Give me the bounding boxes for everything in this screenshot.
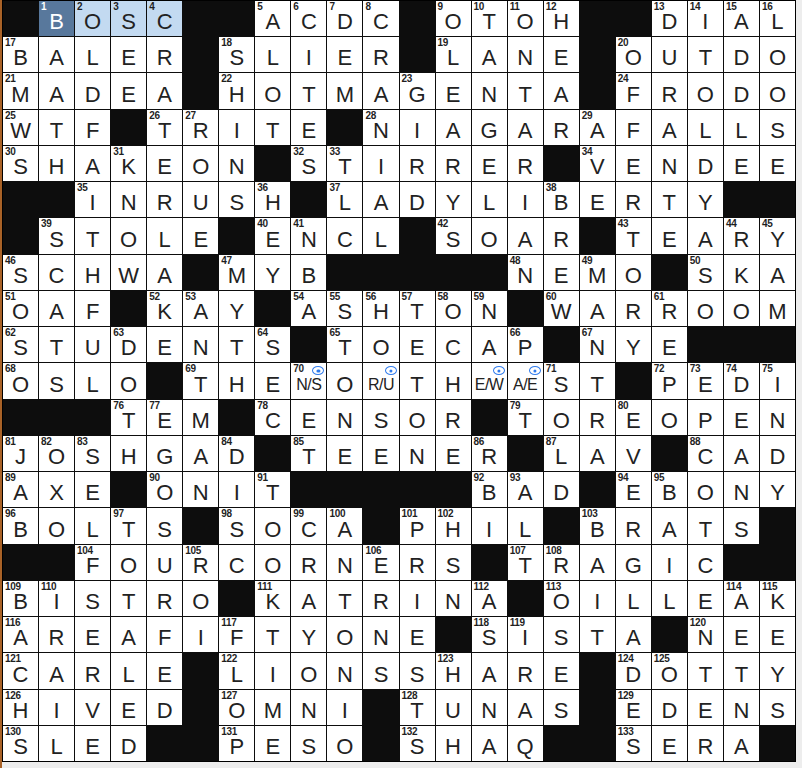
- cell-r10c5[interactable]: E: [147, 327, 182, 362]
- cell-r9c21[interactable]: O: [724, 291, 759, 326]
- cell-r5c7[interactable]: N: [219, 146, 254, 181]
- cell-r8c16[interactable]: E: [544, 255, 579, 290]
- cell-r5c20[interactable]: D: [688, 146, 723, 181]
- cell-r15c21[interactable]: S: [724, 508, 759, 543]
- cell-r2c15[interactable]: N: [508, 37, 543, 72]
- cell-r15c10[interactable]: 100A: [327, 508, 362, 543]
- cell-r18c12[interactable]: E: [400, 617, 435, 652]
- cell-r19c8[interactable]: I: [255, 653, 290, 688]
- cell-r14c16[interactable]: D: [544, 472, 579, 507]
- cell-r13c18[interactable]: V: [616, 436, 651, 471]
- cell-r11c6[interactable]: 69T: [183, 363, 218, 398]
- cell-r18c6[interactable]: I: [183, 617, 218, 652]
- cell-r10c11[interactable]: O: [363, 327, 398, 362]
- cell-r20c18[interactable]: 129E: [616, 690, 651, 725]
- cell-r10c18[interactable]: Y: [616, 327, 651, 362]
- cell-r11c9[interactable]: 70N/S: [291, 363, 326, 398]
- cell-r2c7[interactable]: 18S: [219, 37, 254, 72]
- cell-r15c1[interactable]: 96B: [3, 508, 38, 543]
- cell-r18c2[interactable]: R: [39, 617, 74, 652]
- cell-r2c13[interactable]: 19L: [436, 37, 471, 72]
- cell-r21c18[interactable]: 133S: [616, 726, 651, 761]
- cell-r12c17[interactable]: R: [580, 400, 615, 435]
- cell-r8c21[interactable]: K: [724, 255, 759, 290]
- cell-r7c14[interactable]: O: [472, 218, 507, 253]
- cell-r16c12[interactable]: R: [400, 545, 435, 580]
- cell-r4c9[interactable]: E: [291, 110, 326, 145]
- cell-r20c22[interactable]: S: [760, 690, 795, 725]
- cell-r20c1[interactable]: 126H: [3, 690, 38, 725]
- cell-r5c6[interactable]: O: [183, 146, 218, 181]
- cell-r16c11[interactable]: 106E: [363, 545, 398, 580]
- cell-r17c19[interactable]: L: [652, 581, 687, 616]
- cell-r18c22[interactable]: E: [760, 617, 795, 652]
- cell-r2c9[interactable]: I: [291, 37, 326, 72]
- cell-r8c3[interactable]: H: [75, 255, 110, 290]
- cell-r14c14[interactable]: 92B: [472, 472, 507, 507]
- cell-r13c13[interactable]: E: [436, 436, 471, 471]
- cell-r15c7[interactable]: 98S: [219, 508, 254, 543]
- cell-r5c21[interactable]: E: [724, 146, 759, 181]
- cell-r2c5[interactable]: R: [147, 37, 182, 72]
- cell-r18c16[interactable]: S: [544, 617, 579, 652]
- cell-r12c19[interactable]: O: [652, 400, 687, 435]
- cell-r15c13[interactable]: 102H: [436, 508, 471, 543]
- cell-r6c12[interactable]: D: [400, 182, 435, 217]
- cell-r4c6[interactable]: 27R: [183, 110, 218, 145]
- cell-r17c9[interactable]: A: [291, 581, 326, 616]
- cell-r17c21[interactable]: 114A: [724, 581, 759, 616]
- cell-r3c14[interactable]: N: [472, 73, 507, 108]
- cell-r3c3[interactable]: D: [75, 73, 110, 108]
- cell-r4c1[interactable]: 25W: [3, 110, 38, 145]
- cell-r18c7[interactable]: 117F: [219, 617, 254, 652]
- cell-r12c22[interactable]: N: [760, 400, 795, 435]
- cell-r20c14[interactable]: N: [472, 690, 507, 725]
- cell-r19c21[interactable]: T: [724, 653, 759, 688]
- cell-r4c5[interactable]: 26T: [147, 110, 182, 145]
- cell-r12c11[interactable]: S: [363, 400, 398, 435]
- cell-r13c4[interactable]: H: [111, 436, 146, 471]
- cell-r10c15[interactable]: 66P: [508, 327, 543, 362]
- cell-r18c18[interactable]: A: [616, 617, 651, 652]
- cell-r14c5[interactable]: 90O: [147, 472, 182, 507]
- cell-r21c10[interactable]: O: [327, 726, 362, 761]
- cell-r5c1[interactable]: 30S: [3, 146, 38, 181]
- cell-r15c20[interactable]: T: [688, 508, 723, 543]
- cell-r19c12[interactable]: S: [400, 653, 435, 688]
- cell-r15c17[interactable]: 103B: [580, 508, 615, 543]
- cell-r3c15[interactable]: T: [508, 73, 543, 108]
- cell-r20c8[interactable]: M: [255, 690, 290, 725]
- cell-r11c22[interactable]: 75I: [760, 363, 795, 398]
- cell-r6c17[interactable]: E: [580, 182, 615, 217]
- cell-r12c8[interactable]: 78C: [255, 400, 290, 435]
- cell-r7c8[interactable]: 40E: [255, 218, 290, 253]
- cell-r18c17[interactable]: T: [580, 617, 615, 652]
- cell-r6c19[interactable]: T: [652, 182, 687, 217]
- cell-r20c4[interactable]: E: [111, 690, 146, 725]
- cell-r13c7[interactable]: 84D: [219, 436, 254, 471]
- cell-r12c13[interactable]: R: [436, 400, 471, 435]
- cell-r21c12[interactable]: 132S: [400, 726, 435, 761]
- cell-r9c20[interactable]: O: [688, 291, 723, 326]
- cell-r18c10[interactable]: O: [327, 617, 362, 652]
- cell-r2c16[interactable]: E: [544, 37, 579, 72]
- cell-r18c21[interactable]: E: [724, 617, 759, 652]
- cell-r4c3[interactable]: F: [75, 110, 110, 145]
- cell-r7c13[interactable]: 42S: [436, 218, 471, 253]
- cell-r19c14[interactable]: A: [472, 653, 507, 688]
- cell-r5c18[interactable]: E: [616, 146, 651, 181]
- cell-r9c3[interactable]: F: [75, 291, 110, 326]
- cell-r4c22[interactable]: S: [760, 110, 795, 145]
- cell-r20c13[interactable]: U: [436, 690, 471, 725]
- cell-r21c1[interactable]: 130S: [3, 726, 38, 761]
- cell-r9c12[interactable]: 57T: [400, 291, 435, 326]
- cell-r5c9[interactable]: 32S: [291, 146, 326, 181]
- cell-r21c2[interactable]: L: [39, 726, 74, 761]
- cell-r19c19[interactable]: 125O: [652, 653, 687, 688]
- cell-r13c9[interactable]: 85T: [291, 436, 326, 471]
- cell-r6c16[interactable]: 38B: [544, 182, 579, 217]
- cell-r8c4[interactable]: W: [111, 255, 146, 290]
- cell-r17c4[interactable]: T: [111, 581, 146, 616]
- cell-r2c21[interactable]: D: [724, 37, 759, 72]
- cell-r9c13[interactable]: 58O: [436, 291, 471, 326]
- cell-r9c9[interactable]: 54A: [291, 291, 326, 326]
- cell-r7c16[interactable]: R: [544, 218, 579, 253]
- cell-r17c8[interactable]: 111K: [255, 581, 290, 616]
- cell-r21c15[interactable]: Q: [508, 726, 543, 761]
- cell-r14c21[interactable]: N: [724, 472, 759, 507]
- cell-r4c16[interactable]: R: [544, 110, 579, 145]
- cell-r21c8[interactable]: E: [255, 726, 290, 761]
- cell-r15c15[interactable]: L: [508, 508, 543, 543]
- cell-r9c6[interactable]: 53A: [183, 291, 218, 326]
- cell-r8c7[interactable]: 47M: [219, 255, 254, 290]
- cell-r16c20[interactable]: C: [688, 545, 723, 580]
- cell-r1c16[interactable]: 12H: [544, 1, 579, 36]
- cell-r19c2[interactable]: A: [39, 653, 74, 688]
- cell-r16c18[interactable]: G: [616, 545, 651, 580]
- cell-r2c22[interactable]: O: [760, 37, 795, 72]
- cell-r8c2[interactable]: C: [39, 255, 74, 290]
- cell-r8c9[interactable]: B: [291, 255, 326, 290]
- cell-r7c19[interactable]: E: [652, 218, 687, 253]
- cell-r15c3[interactable]: L: [75, 508, 110, 543]
- cell-r20c15[interactable]: A: [508, 690, 543, 725]
- cell-r13c1[interactable]: 81J: [3, 436, 38, 471]
- cell-r12c16[interactable]: O: [544, 400, 579, 435]
- cell-r2c11[interactable]: R: [363, 37, 398, 72]
- cell-r2c2[interactable]: A: [39, 37, 74, 72]
- cell-r19c11[interactable]: S: [363, 653, 398, 688]
- cell-r6c11[interactable]: A: [363, 182, 398, 217]
- cell-r3c4[interactable]: E: [111, 73, 146, 108]
- cell-r12c6[interactable]: M: [183, 400, 218, 435]
- cell-r1c13[interactable]: 9O: [436, 1, 471, 36]
- cell-r10c2[interactable]: T: [39, 327, 74, 362]
- cell-r15c9[interactable]: 99C: [291, 508, 326, 543]
- cell-r3c1[interactable]: 21M: [3, 73, 38, 108]
- cell-r1c15[interactable]: 11O: [508, 1, 543, 36]
- cell-r5c14[interactable]: E: [472, 146, 507, 181]
- cell-r1c3[interactable]: 2O: [75, 1, 110, 36]
- cell-r14c3[interactable]: E: [75, 472, 110, 507]
- cell-r19c9[interactable]: O: [291, 653, 326, 688]
- cell-r9c18[interactable]: R: [616, 291, 651, 326]
- cell-r17c16[interactable]: 113O: [544, 581, 579, 616]
- cell-r21c14[interactable]: A: [472, 726, 507, 761]
- cell-r18c3[interactable]: E: [75, 617, 110, 652]
- cell-r3c9[interactable]: T: [291, 73, 326, 108]
- cell-r20c10[interactable]: I: [327, 690, 362, 725]
- cell-r2c19[interactable]: U: [652, 37, 687, 72]
- cell-r5c3[interactable]: A: [75, 146, 110, 181]
- cell-r21c9[interactable]: S: [291, 726, 326, 761]
- cell-r3c11[interactable]: A: [363, 73, 398, 108]
- cell-r11c13[interactable]: H: [436, 363, 471, 398]
- cell-r21c3[interactable]: E: [75, 726, 110, 761]
- cell-r16c3[interactable]: 104F: [75, 545, 110, 580]
- cell-r11c20[interactable]: 73E: [688, 363, 723, 398]
- cell-r16c10[interactable]: N: [327, 545, 362, 580]
- cell-r19c10[interactable]: N: [327, 653, 362, 688]
- cell-r4c7[interactable]: I: [219, 110, 254, 145]
- cell-r19c4[interactable]: L: [111, 653, 146, 688]
- cell-r18c4[interactable]: A: [111, 617, 146, 652]
- cell-r11c15[interactable]: A/E: [508, 363, 543, 398]
- cell-r3c10[interactable]: M: [327, 73, 362, 108]
- cell-r14c18[interactable]: 94E: [616, 472, 651, 507]
- cell-r3c13[interactable]: E: [436, 73, 471, 108]
- cell-r6c4[interactable]: N: [111, 182, 146, 217]
- cell-r12c12[interactable]: O: [400, 400, 435, 435]
- cell-r4c18[interactable]: F: [616, 110, 651, 145]
- cell-r13c21[interactable]: A: [724, 436, 759, 471]
- cell-r13c16[interactable]: 87L: [544, 436, 579, 471]
- cell-r6c8[interactable]: 36H: [255, 182, 290, 217]
- cell-r21c19[interactable]: E: [652, 726, 687, 761]
- cell-r10c13[interactable]: C: [436, 327, 471, 362]
- cell-r15c5[interactable]: S: [147, 508, 182, 543]
- cell-r17c20[interactable]: E: [688, 581, 723, 616]
- cell-r13c2[interactable]: 82O: [39, 436, 74, 471]
- cell-r5c13[interactable]: R: [436, 146, 471, 181]
- cell-r6c18[interactable]: R: [616, 182, 651, 217]
- cell-r20c5[interactable]: D: [147, 690, 182, 725]
- cell-r9c7[interactable]: Y: [219, 291, 254, 326]
- cell-r3c16[interactable]: A: [544, 73, 579, 108]
- cell-r16c6[interactable]: 105R: [183, 545, 218, 580]
- cell-r11c11[interactable]: R/U: [363, 363, 398, 398]
- cell-r5c10[interactable]: 33T: [327, 146, 362, 181]
- cell-r7c3[interactable]: T: [75, 218, 110, 253]
- cell-r17c3[interactable]: S: [75, 581, 110, 616]
- cell-r15c8[interactable]: O: [255, 508, 290, 543]
- cell-r16c5[interactable]: U: [147, 545, 182, 580]
- cell-r3c20[interactable]: O: [688, 73, 723, 108]
- cell-r19c20[interactable]: T: [688, 653, 723, 688]
- cell-r7c6[interactable]: E: [183, 218, 218, 253]
- cell-r4c11[interactable]: 28N: [363, 110, 398, 145]
- cell-r8c1[interactable]: 46S: [3, 255, 38, 290]
- cell-r3c22[interactable]: O: [760, 73, 795, 108]
- cell-r21c21[interactable]: A: [724, 726, 759, 761]
- cell-r8c22[interactable]: A: [760, 255, 795, 290]
- cell-r15c19[interactable]: A: [652, 508, 687, 543]
- cell-r11c10[interactable]: O: [327, 363, 362, 398]
- cell-r1c8[interactable]: 5A: [255, 1, 290, 36]
- cell-r10c14[interactable]: A: [472, 327, 507, 362]
- cell-r12c20[interactable]: P: [688, 400, 723, 435]
- cell-r11c16[interactable]: 71S: [544, 363, 579, 398]
- cell-r15c12[interactable]: 101P: [400, 508, 435, 543]
- cell-r1c9[interactable]: 6C: [291, 1, 326, 36]
- cell-r17c18[interactable]: L: [616, 581, 651, 616]
- cell-r10c3[interactable]: U: [75, 327, 110, 362]
- cell-r2c8[interactable]: L: [255, 37, 290, 72]
- cell-r16c17[interactable]: A: [580, 545, 615, 580]
- cell-r6c10[interactable]: 37L: [327, 182, 362, 217]
- cell-r21c4[interactable]: D: [111, 726, 146, 761]
- cell-r3c2[interactable]: A: [39, 73, 74, 108]
- cell-r15c4[interactable]: 97T: [111, 508, 146, 543]
- cell-r18c11[interactable]: N: [363, 617, 398, 652]
- cell-r20c7[interactable]: 127O: [219, 690, 254, 725]
- cell-r13c12[interactable]: N: [400, 436, 435, 471]
- cell-r7c10[interactable]: C: [327, 218, 362, 253]
- cell-r1c14[interactable]: 10T: [472, 1, 507, 36]
- cell-r12c5[interactable]: 77E: [147, 400, 182, 435]
- cell-r1c10[interactable]: 7D: [327, 1, 362, 36]
- cell-r11c12[interactable]: T: [400, 363, 435, 398]
- cell-r10c17[interactable]: 67N: [580, 327, 615, 362]
- cell-r9c1[interactable]: 51O: [3, 291, 38, 326]
- cell-r8c15[interactable]: 48N: [508, 255, 543, 290]
- cell-r7c5[interactable]: L: [147, 218, 182, 253]
- cell-r17c6[interactable]: O: [183, 581, 218, 616]
- cell-r20c9[interactable]: N: [291, 690, 326, 725]
- cell-r20c21[interactable]: N: [724, 690, 759, 725]
- cell-r9c17[interactable]: A: [580, 291, 615, 326]
- cell-r1c19[interactable]: 13D: [652, 1, 687, 36]
- cell-r20c3[interactable]: V: [75, 690, 110, 725]
- cell-r17c10[interactable]: T: [327, 581, 362, 616]
- cell-r2c14[interactable]: A: [472, 37, 507, 72]
- cell-r18c20[interactable]: 120N: [688, 617, 723, 652]
- cell-r7c18[interactable]: 43T: [616, 218, 651, 253]
- cell-r11c3[interactable]: L: [75, 363, 110, 398]
- cell-r3c8[interactable]: O: [255, 73, 290, 108]
- cell-r5c11[interactable]: I: [363, 146, 398, 181]
- cell-r19c5[interactable]: E: [147, 653, 182, 688]
- cell-r3c18[interactable]: 24F: [616, 73, 651, 108]
- cell-r9c19[interactable]: 61R: [652, 291, 687, 326]
- cell-r20c16[interactable]: S: [544, 690, 579, 725]
- cell-r2c18[interactable]: 20O: [616, 37, 651, 72]
- cell-r8c8[interactable]: Y: [255, 255, 290, 290]
- cell-r14c7[interactable]: I: [219, 472, 254, 507]
- cell-r13c3[interactable]: 83S: [75, 436, 110, 471]
- cell-r5c12[interactable]: R: [400, 146, 435, 181]
- cell-r17c17[interactable]: I: [580, 581, 615, 616]
- cell-r14c2[interactable]: X: [39, 472, 74, 507]
- cell-r1c20[interactable]: 14I: [688, 1, 723, 36]
- cell-r12c21[interactable]: E: [724, 400, 759, 435]
- cell-r14c19[interactable]: 95B: [652, 472, 687, 507]
- cell-r15c2[interactable]: O: [39, 508, 74, 543]
- cell-r9c14[interactable]: 59N: [472, 291, 507, 326]
- cell-r9c16[interactable]: 60W: [544, 291, 579, 326]
- cell-r10c12[interactable]: E: [400, 327, 435, 362]
- cell-r11c19[interactable]: 72P: [652, 363, 687, 398]
- cell-r5c4[interactable]: 31K: [111, 146, 146, 181]
- cell-r19c13[interactable]: 123H: [436, 653, 471, 688]
- cell-r16c15[interactable]: 107T: [508, 545, 543, 580]
- cell-r12c15[interactable]: 79T: [508, 400, 543, 435]
- cell-r4c19[interactable]: A: [652, 110, 687, 145]
- cell-r2c3[interactable]: L: [75, 37, 110, 72]
- cell-r16c13[interactable]: S: [436, 545, 471, 580]
- cell-r18c14[interactable]: 118S: [472, 617, 507, 652]
- cell-r17c2[interactable]: 110I: [39, 581, 74, 616]
- cell-r13c6[interactable]: A: [183, 436, 218, 471]
- cell-r14c20[interactable]: O: [688, 472, 723, 507]
- cell-r14c1[interactable]: 89A: [3, 472, 38, 507]
- cell-r4c2[interactable]: T: [39, 110, 74, 145]
- cell-r4c15[interactable]: A: [508, 110, 543, 145]
- cell-r12c18[interactable]: 80E: [616, 400, 651, 435]
- cell-r16c9[interactable]: R: [291, 545, 326, 580]
- cell-r19c16[interactable]: E: [544, 653, 579, 688]
- cell-r10c4[interactable]: 63D: [111, 327, 146, 362]
- cell-r2c1[interactable]: 17B: [3, 37, 38, 72]
- cell-r8c5[interactable]: A: [147, 255, 182, 290]
- cell-r5c2[interactable]: H: [39, 146, 74, 181]
- cell-r1c5[interactable]: 4C: [147, 1, 182, 36]
- cell-r3c21[interactable]: D: [724, 73, 759, 108]
- cell-r7c15[interactable]: A: [508, 218, 543, 253]
- cell-r13c17[interactable]: A: [580, 436, 615, 471]
- cell-r6c13[interactable]: Y: [436, 182, 471, 217]
- cell-r16c4[interactable]: O: [111, 545, 146, 580]
- cell-r11c2[interactable]: S: [39, 363, 74, 398]
- cell-r6c6[interactable]: U: [183, 182, 218, 217]
- cell-r10c19[interactable]: E: [652, 327, 687, 362]
- cell-r6c7[interactable]: S: [219, 182, 254, 217]
- cell-r4c13[interactable]: A: [436, 110, 471, 145]
- cell-r6c15[interactable]: I: [508, 182, 543, 217]
- cell-r21c13[interactable]: H: [436, 726, 471, 761]
- cell-r1c21[interactable]: 15A: [724, 1, 759, 36]
- cell-r11c14[interactable]: E/W: [472, 363, 507, 398]
- cell-r17c22[interactable]: 115K: [760, 581, 795, 616]
- cell-r6c5[interactable]: R: [147, 182, 182, 217]
- cell-r19c15[interactable]: R: [508, 653, 543, 688]
- cell-r17c14[interactable]: 112A: [472, 581, 507, 616]
- cell-r11c8[interactable]: E: [255, 363, 290, 398]
- cell-r17c13[interactable]: N: [436, 581, 471, 616]
- cell-r14c15[interactable]: 93A: [508, 472, 543, 507]
- cell-r3c12[interactable]: 23G: [400, 73, 435, 108]
- cell-r16c19[interactable]: I: [652, 545, 687, 580]
- cell-r20c2[interactable]: I: [39, 690, 74, 725]
- cell-r15c14[interactable]: I: [472, 508, 507, 543]
- cell-r13c20[interactable]: 88C: [688, 436, 723, 471]
- cell-r13c22[interactable]: D: [760, 436, 795, 471]
